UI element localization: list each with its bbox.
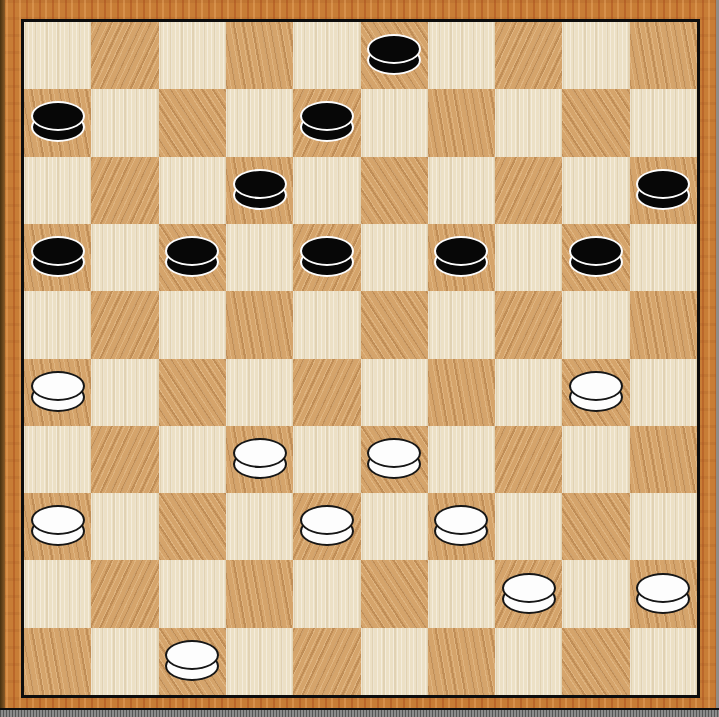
white-man-square-44[interactable] bbox=[502, 573, 556, 614]
light-square-r6c4 bbox=[226, 359, 293, 426]
square-42[interactable] bbox=[226, 560, 293, 627]
black-piece-face bbox=[300, 236, 354, 266]
light-square-r3c1 bbox=[24, 157, 91, 224]
light-square-r4c10 bbox=[630, 224, 697, 291]
light-square-r1c1 bbox=[24, 22, 91, 89]
square-19[interactable] bbox=[428, 224, 495, 291]
black-piece-face bbox=[636, 169, 690, 199]
square-7[interactable] bbox=[159, 89, 226, 156]
black-piece-face bbox=[233, 169, 287, 199]
board-grid bbox=[21, 19, 700, 698]
square-48[interactable] bbox=[293, 628, 360, 695]
white-piece-face bbox=[31, 505, 85, 535]
square-32[interactable] bbox=[226, 426, 293, 493]
white-man-square-47[interactable] bbox=[165, 640, 219, 681]
light-square-r6c8 bbox=[495, 359, 562, 426]
square-40[interactable] bbox=[562, 493, 629, 560]
light-square-r5c9 bbox=[562, 291, 629, 358]
square-27[interactable] bbox=[159, 359, 226, 426]
white-man-square-26[interactable] bbox=[31, 371, 85, 412]
light-square-r5c5 bbox=[293, 291, 360, 358]
light-square-r2c4 bbox=[226, 89, 293, 156]
white-piece-face bbox=[300, 505, 354, 535]
white-man-square-45[interactable] bbox=[636, 573, 690, 614]
square-46[interactable] bbox=[24, 628, 91, 695]
square-21[interactable] bbox=[91, 291, 158, 358]
black-man-square-3[interactable] bbox=[367, 34, 421, 75]
black-man-square-15[interactable] bbox=[636, 169, 690, 210]
square-16[interactable] bbox=[24, 224, 91, 291]
light-square-r6c6 bbox=[361, 359, 428, 426]
light-square-r4c6 bbox=[361, 224, 428, 291]
square-36[interactable] bbox=[24, 493, 91, 560]
light-square-r7c5 bbox=[293, 426, 360, 493]
light-square-r5c7 bbox=[428, 291, 495, 358]
light-square-r2c6 bbox=[361, 89, 428, 156]
black-man-square-18[interactable] bbox=[300, 236, 354, 277]
square-15[interactable] bbox=[630, 157, 697, 224]
square-12[interactable] bbox=[226, 157, 293, 224]
square-14[interactable] bbox=[495, 157, 562, 224]
white-piece-face bbox=[367, 438, 421, 468]
light-square-r7c3 bbox=[159, 426, 226, 493]
square-20[interactable] bbox=[562, 224, 629, 291]
square-25[interactable] bbox=[630, 291, 697, 358]
light-square-r8c2 bbox=[91, 493, 158, 560]
light-square-r10c2 bbox=[91, 628, 158, 695]
square-35[interactable] bbox=[630, 426, 697, 493]
light-square-r3c3 bbox=[159, 157, 226, 224]
light-square-r4c2 bbox=[91, 224, 158, 291]
light-square-r9c1 bbox=[24, 560, 91, 627]
light-square-r6c10 bbox=[630, 359, 697, 426]
light-square-r9c3 bbox=[159, 560, 226, 627]
light-square-r6c2 bbox=[91, 359, 158, 426]
square-30[interactable] bbox=[562, 359, 629, 426]
light-square-r9c7 bbox=[428, 560, 495, 627]
light-square-r1c7 bbox=[428, 22, 495, 89]
light-square-r7c9 bbox=[562, 426, 629, 493]
square-39[interactable] bbox=[428, 493, 495, 560]
light-square-r10c10 bbox=[630, 628, 697, 695]
light-square-r3c5 bbox=[293, 157, 360, 224]
square-8[interactable] bbox=[293, 89, 360, 156]
white-piece-face bbox=[31, 371, 85, 401]
square-24[interactable] bbox=[495, 291, 562, 358]
square-37[interactable] bbox=[159, 493, 226, 560]
square-31[interactable] bbox=[91, 426, 158, 493]
white-piece-face bbox=[233, 438, 287, 468]
square-18[interactable] bbox=[293, 224, 360, 291]
white-man-square-36[interactable] bbox=[31, 505, 85, 546]
light-square-r4c4 bbox=[226, 224, 293, 291]
square-44[interactable] bbox=[495, 560, 562, 627]
black-piece-face bbox=[165, 236, 219, 266]
square-17[interactable] bbox=[159, 224, 226, 291]
square-9[interactable] bbox=[428, 89, 495, 156]
square-2[interactable] bbox=[226, 22, 293, 89]
square-4[interactable] bbox=[495, 22, 562, 89]
light-square-r3c9 bbox=[562, 157, 629, 224]
square-49[interactable] bbox=[428, 628, 495, 695]
square-26[interactable] bbox=[24, 359, 91, 426]
square-28[interactable] bbox=[293, 359, 360, 426]
square-43[interactable] bbox=[361, 560, 428, 627]
white-man-square-39[interactable] bbox=[434, 505, 488, 546]
light-square-r5c1 bbox=[24, 291, 91, 358]
light-square-r2c2 bbox=[91, 89, 158, 156]
square-45[interactable] bbox=[630, 560, 697, 627]
square-41[interactable] bbox=[91, 560, 158, 627]
light-square-r10c6 bbox=[361, 628, 428, 695]
white-man-square-38[interactable] bbox=[300, 505, 354, 546]
light-square-r7c1 bbox=[24, 426, 91, 493]
light-square-r9c5 bbox=[293, 560, 360, 627]
black-piece-face bbox=[569, 236, 623, 266]
black-man-square-19[interactable] bbox=[434, 236, 488, 277]
white-man-square-30[interactable] bbox=[569, 371, 623, 412]
light-square-r2c10 bbox=[630, 89, 697, 156]
square-5[interactable] bbox=[630, 22, 697, 89]
light-square-r8c8 bbox=[495, 493, 562, 560]
light-square-r10c8 bbox=[495, 628, 562, 695]
square-33[interactable] bbox=[361, 426, 428, 493]
square-34[interactable] bbox=[495, 426, 562, 493]
light-square-r1c9 bbox=[562, 22, 629, 89]
white-man-square-32[interactable] bbox=[233, 438, 287, 479]
light-square-r3c7 bbox=[428, 157, 495, 224]
black-man-square-17[interactable] bbox=[165, 236, 219, 277]
frame-bottom-edge bbox=[0, 708, 719, 717]
square-47[interactable] bbox=[159, 628, 226, 695]
square-13[interactable] bbox=[361, 157, 428, 224]
black-man-square-16[interactable] bbox=[31, 236, 85, 277]
white-piece-face bbox=[636, 573, 690, 603]
square-22[interactable] bbox=[226, 291, 293, 358]
black-piece-face bbox=[31, 236, 85, 266]
white-man-square-33[interactable] bbox=[367, 438, 421, 479]
frame-left-edge bbox=[0, 0, 5, 717]
light-square-r9c9 bbox=[562, 560, 629, 627]
square-50[interactable] bbox=[562, 628, 629, 695]
black-man-square-6[interactable] bbox=[31, 101, 85, 142]
square-1[interactable] bbox=[91, 22, 158, 89]
black-man-square-12[interactable] bbox=[233, 169, 287, 210]
white-piece-face bbox=[165, 640, 219, 670]
light-square-r5c3 bbox=[159, 291, 226, 358]
square-38[interactable] bbox=[293, 493, 360, 560]
square-29[interactable] bbox=[428, 359, 495, 426]
light-square-r8c10 bbox=[630, 493, 697, 560]
square-3[interactable] bbox=[361, 22, 428, 89]
light-square-r2c8 bbox=[495, 89, 562, 156]
light-square-r10c4 bbox=[226, 628, 293, 695]
square-6[interactable] bbox=[24, 89, 91, 156]
black-man-square-8[interactable] bbox=[300, 101, 354, 142]
light-square-r8c4 bbox=[226, 493, 293, 560]
white-piece-face bbox=[569, 371, 623, 401]
square-23[interactable] bbox=[361, 291, 428, 358]
light-square-r1c5 bbox=[293, 22, 360, 89]
draughts-board bbox=[0, 0, 719, 717]
light-square-r8c6 bbox=[361, 493, 428, 560]
light-square-r7c7 bbox=[428, 426, 495, 493]
square-11[interactable] bbox=[91, 157, 158, 224]
black-man-square-20[interactable] bbox=[569, 236, 623, 277]
square-10[interactable] bbox=[562, 89, 629, 156]
light-square-r1c3 bbox=[159, 22, 226, 89]
white-piece-face bbox=[502, 573, 556, 603]
light-square-r4c8 bbox=[495, 224, 562, 291]
